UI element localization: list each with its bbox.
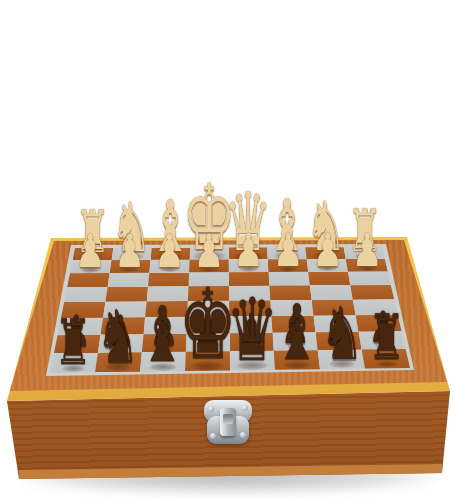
metal-clasp-icon	[201, 398, 255, 450]
clasp-hook	[220, 408, 236, 436]
clasp-screw	[242, 405, 248, 411]
piece-black-rook-a8[interactable]: ♜	[327, 235, 447, 365]
black-rook-glyph: ♜	[368, 306, 405, 369]
clasp-screw	[210, 433, 216, 439]
clasp-screw	[240, 432, 246, 438]
box-drop-shadow	[22, 460, 436, 494]
chess-box-product-photo: ♜♞♝♚♛♝♞♜♟♟♟♟♟♟♟♟♟♟♟♟♟♟♟♟♜♞♝♚♛♝♞♜	[0, 0, 455, 500]
clasp-screw	[208, 406, 214, 412]
